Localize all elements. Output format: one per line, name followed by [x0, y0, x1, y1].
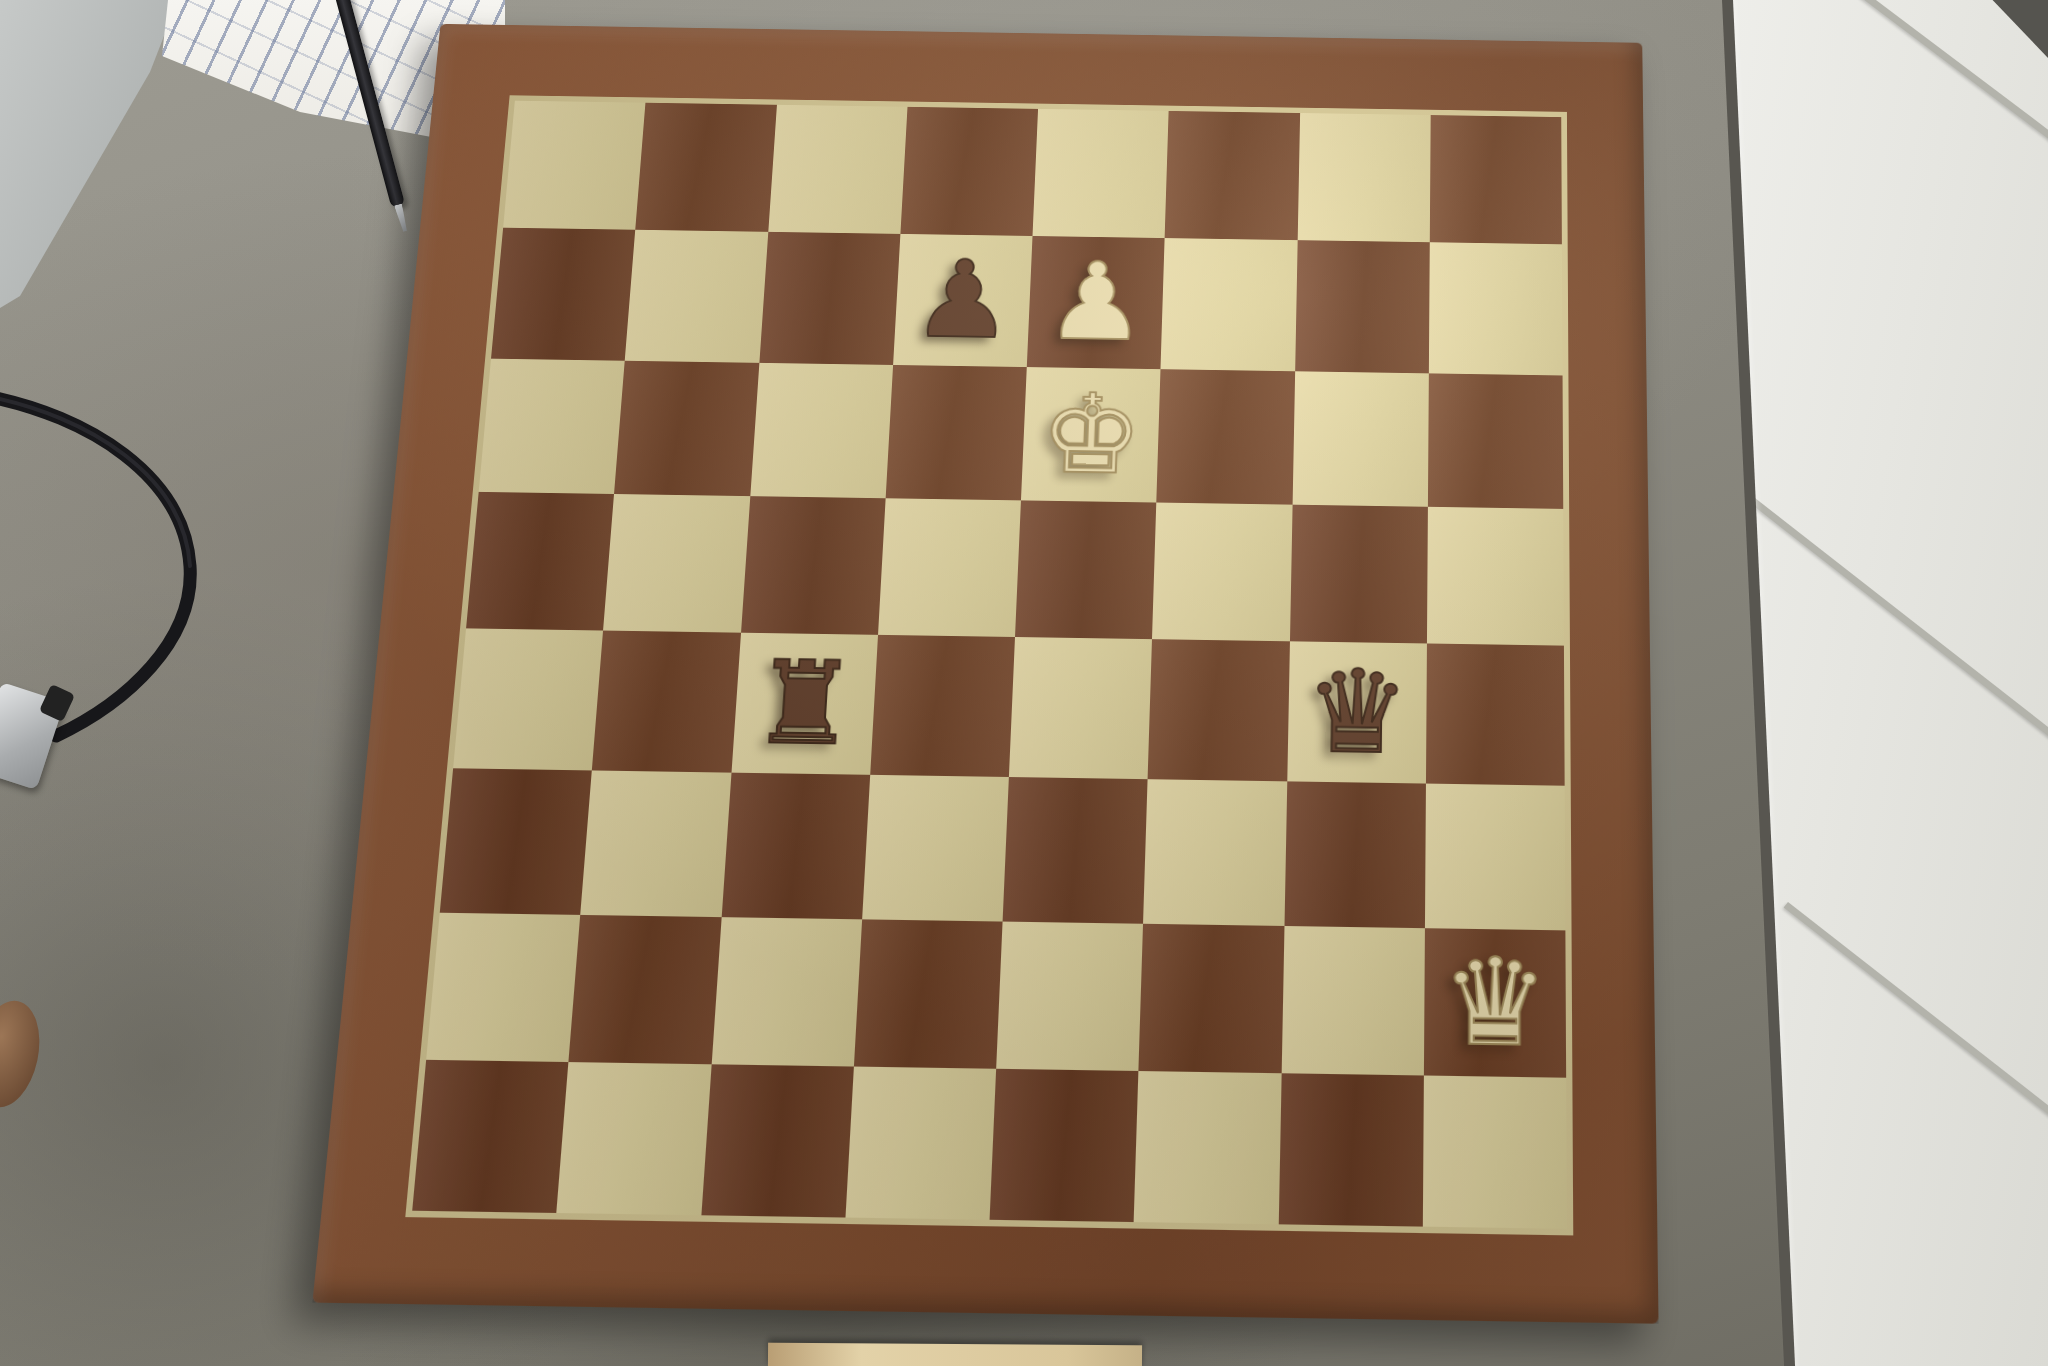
- square-h8: [1430, 115, 1562, 244]
- square-e7: ♟: [1027, 236, 1165, 368]
- square-b3: [581, 771, 731, 917]
- square-d1: [845, 1066, 996, 1220]
- square-h2: ♛: [1424, 928, 1566, 1078]
- square-f4: [1148, 639, 1290, 781]
- square-d3: [862, 775, 1009, 921]
- square-c7: [759, 232, 900, 364]
- square-c5: [741, 496, 886, 635]
- square-h3: [1425, 784, 1566, 930]
- square-g8: [1297, 113, 1430, 242]
- black-queen: ♛: [1304, 654, 1410, 770]
- white-king: ♚: [1038, 379, 1144, 490]
- square-f8: [1165, 111, 1300, 240]
- square-e4: [1009, 637, 1152, 779]
- square-e6: ♚: [1021, 367, 1161, 503]
- square-a8: [503, 101, 646, 230]
- square-c6: [750, 362, 893, 498]
- square-e8: [1032, 109, 1168, 238]
- square-h7: [1429, 242, 1563, 375]
- square-c3: [721, 773, 870, 919]
- square-d7: ♟: [893, 234, 1033, 366]
- square-a1: [412, 1060, 568, 1213]
- square-c2: [711, 917, 862, 1067]
- square-a5: [466, 492, 614, 631]
- square-g5: [1289, 504, 1427, 643]
- square-g4: ♛: [1287, 641, 1427, 783]
- square-f6: [1157, 369, 1295, 505]
- square-e2: [996, 921, 1143, 1071]
- square-g6: [1292, 371, 1429, 507]
- square-d2: [854, 919, 1003, 1069]
- square-h1: [1423, 1075, 1567, 1229]
- square-b7: [625, 230, 768, 362]
- black-rook: ♜: [749, 646, 861, 762]
- square-b5: [603, 494, 750, 633]
- square-g7: [1295, 240, 1430, 373]
- white-pawn: ♟: [1044, 248, 1149, 356]
- square-d5: [878, 498, 1021, 637]
- square-f7: [1161, 238, 1297, 371]
- wooden-knob: [0, 995, 49, 1114]
- square-b1: [557, 1062, 712, 1215]
- square-c1: [701, 1064, 854, 1217]
- black-pawn: ♟: [910, 246, 1016, 354]
- square-a6: [479, 358, 625, 494]
- square-d4: [870, 635, 1015, 777]
- square-d8: [900, 107, 1038, 236]
- square-g2: [1281, 925, 1425, 1075]
- square-d6: [885, 364, 1026, 500]
- tile-grout-line: [1784, 902, 2048, 1129]
- square-h6: [1428, 373, 1564, 509]
- square-b2: [569, 914, 722, 1064]
- square-a7: [491, 228, 635, 360]
- board-grid: ♟♟♚♜♛♛: [405, 95, 1573, 1235]
- square-e1: [990, 1069, 1139, 1223]
- tile-grout-line: [1856, 0, 2048, 246]
- square-b8: [635, 103, 776, 232]
- chess-board: ♟♟♚♜♛♛: [312, 24, 1658, 1324]
- scene: ♟♟♚♜♛♛: [0, 0, 2048, 1366]
- square-f5: [1152, 502, 1292, 641]
- square-b4: [592, 631, 740, 773]
- square-b6: [614, 360, 759, 496]
- square-a2: [426, 912, 580, 1062]
- square-f1: [1134, 1071, 1281, 1225]
- square-a3: [440, 769, 592, 915]
- square-e3: [1003, 777, 1148, 923]
- square-c8: [768, 105, 907, 234]
- white-queen: ♛: [1441, 941, 1549, 1063]
- square-g3: [1284, 782, 1426, 928]
- square-f2: [1139, 923, 1284, 1073]
- square-f3: [1143, 779, 1286, 925]
- wooden-strip: [768, 1343, 1142, 1366]
- square-a4: [453, 628, 603, 770]
- square-h4: [1426, 643, 1565, 786]
- square-e5: [1015, 500, 1157, 639]
- square-g1: [1278, 1073, 1423, 1227]
- square-h5: [1427, 507, 1564, 646]
- square-c4: ♜: [731, 633, 878, 775]
